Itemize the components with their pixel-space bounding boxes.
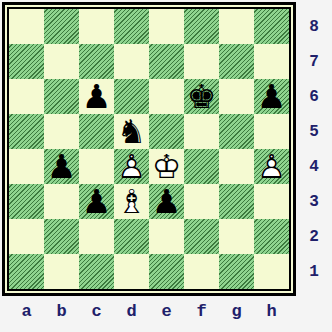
square-f8[interactable]	[184, 9, 219, 44]
square-f5[interactable]	[184, 114, 219, 149]
square-f3[interactable]	[184, 184, 219, 219]
piece-outline: ♗	[114, 184, 149, 219]
square-d3[interactable]: ♝♗	[114, 184, 149, 219]
square-h7[interactable]	[254, 44, 289, 79]
square-a4[interactable]	[9, 149, 44, 184]
chess-diagram: ♟♚♟♞♟♟♙♚♔♟♙♟♝♗♟ abcdefgh 87654321	[0, 0, 332, 332]
square-g5[interactable]	[219, 114, 254, 149]
square-h8[interactable]	[254, 9, 289, 44]
black-knight: ♞	[114, 114, 149, 149]
piece-glyph: ♟	[44, 149, 79, 184]
file-label-e: e	[149, 296, 184, 326]
square-d5[interactable]: ♞	[114, 114, 149, 149]
square-e1[interactable]	[149, 254, 184, 289]
rank-label-6: 6	[296, 79, 332, 114]
piece-outline: ♙	[254, 149, 289, 184]
square-c8[interactable]	[79, 9, 114, 44]
square-e4[interactable]: ♚♔	[149, 149, 184, 184]
square-b6[interactable]	[44, 79, 79, 114]
square-c7[interactable]	[79, 44, 114, 79]
black-pawn: ♟	[149, 184, 184, 219]
square-h3[interactable]	[254, 184, 289, 219]
white-pawn: ♟♙	[254, 149, 289, 184]
square-e6[interactable]	[149, 79, 184, 114]
rank-label-5: 5	[296, 114, 332, 149]
black-pawn: ♟	[79, 184, 114, 219]
square-b5[interactable]	[44, 114, 79, 149]
white-king: ♚♔	[149, 149, 184, 184]
square-g1[interactable]	[219, 254, 254, 289]
square-a6[interactable]	[9, 79, 44, 114]
square-a8[interactable]	[9, 9, 44, 44]
square-f1[interactable]	[184, 254, 219, 289]
square-a7[interactable]	[9, 44, 44, 79]
piece-glyph: ♞	[114, 114, 149, 149]
black-pawn: ♟	[79, 79, 114, 114]
black-pawn: ♟	[254, 79, 289, 114]
file-label-b: b	[44, 296, 79, 326]
white-bishop: ♝♗	[114, 184, 149, 219]
square-d4[interactable]: ♟♙	[114, 149, 149, 184]
square-h1[interactable]	[254, 254, 289, 289]
square-c5[interactable]	[79, 114, 114, 149]
file-label-c: c	[79, 296, 114, 326]
square-e5[interactable]	[149, 114, 184, 149]
piece-glyph: ♚	[184, 79, 219, 114]
white-pawn: ♟♙	[114, 149, 149, 184]
piece-glyph: ♟	[254, 79, 289, 114]
square-d1[interactable]	[114, 254, 149, 289]
square-c1[interactable]	[79, 254, 114, 289]
square-a3[interactable]	[9, 184, 44, 219]
square-b4[interactable]: ♟	[44, 149, 79, 184]
square-e8[interactable]	[149, 9, 184, 44]
square-b2[interactable]	[44, 219, 79, 254]
square-e7[interactable]	[149, 44, 184, 79]
file-label-h: h	[254, 296, 289, 326]
square-g6[interactable]	[219, 79, 254, 114]
square-h6[interactable]: ♟	[254, 79, 289, 114]
black-pawn: ♟	[44, 149, 79, 184]
square-d2[interactable]	[114, 219, 149, 254]
square-c4[interactable]	[79, 149, 114, 184]
piece-outline: ♔	[149, 149, 184, 184]
square-a1[interactable]	[9, 254, 44, 289]
square-g2[interactable]	[219, 219, 254, 254]
square-h5[interactable]	[254, 114, 289, 149]
piece-glyph: ♟	[79, 79, 114, 114]
piece-glyph: ♟	[79, 184, 114, 219]
rank-label-8: 8	[296, 9, 332, 44]
square-g7[interactable]	[219, 44, 254, 79]
square-e3[interactable]: ♟	[149, 184, 184, 219]
square-a5[interactable]	[9, 114, 44, 149]
square-g4[interactable]	[219, 149, 254, 184]
square-f7[interactable]	[184, 44, 219, 79]
square-b3[interactable]	[44, 184, 79, 219]
square-f6[interactable]: ♚	[184, 79, 219, 114]
square-g8[interactable]	[219, 9, 254, 44]
file-label-f: f	[184, 296, 219, 326]
square-h4[interactable]: ♟♙	[254, 149, 289, 184]
square-c3[interactable]: ♟	[79, 184, 114, 219]
rank-label-7: 7	[296, 44, 332, 79]
square-d8[interactable]	[114, 9, 149, 44]
square-e2[interactable]	[149, 219, 184, 254]
square-g3[interactable]	[219, 184, 254, 219]
square-a2[interactable]	[9, 219, 44, 254]
square-f2[interactable]	[184, 219, 219, 254]
piece-glyph: ♟	[149, 184, 184, 219]
rank-labels: 87654321	[296, 9, 332, 289]
file-labels: abcdefgh	[9, 296, 289, 326]
chess-board: ♟♚♟♞♟♟♙♚♔♟♙♟♝♗♟	[2, 2, 296, 296]
square-d6[interactable]	[114, 79, 149, 114]
square-c2[interactable]	[79, 219, 114, 254]
square-f4[interactable]	[184, 149, 219, 184]
rank-label-4: 4	[296, 149, 332, 184]
board-frame: ♟♚♟♞♟♟♙♚♔♟♙♟♝♗♟	[7, 7, 291, 291]
file-label-d: d	[114, 296, 149, 326]
square-c6[interactable]: ♟	[79, 79, 114, 114]
square-h2[interactable]	[254, 219, 289, 254]
square-d7[interactable]	[114, 44, 149, 79]
rank-label-1: 1	[296, 254, 332, 289]
file-label-g: g	[219, 296, 254, 326]
rank-label-3: 3	[296, 184, 332, 219]
file-label-a: a	[9, 296, 44, 326]
board-grid: ♟♚♟♞♟♟♙♚♔♟♙♟♝♗♟	[9, 9, 289, 289]
square-b7[interactable]	[44, 44, 79, 79]
square-b1[interactable]	[44, 254, 79, 289]
black-king: ♚	[184, 79, 219, 114]
rank-label-2: 2	[296, 219, 332, 254]
square-b8[interactable]	[44, 9, 79, 44]
piece-outline: ♙	[114, 149, 149, 184]
